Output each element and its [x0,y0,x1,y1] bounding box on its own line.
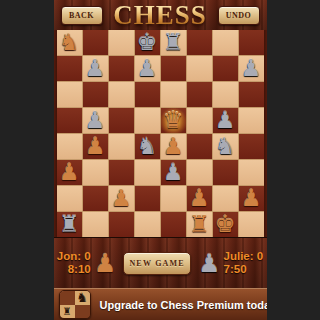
square-g7[interactable] [213,56,238,81]
square-f4[interactable] [187,134,212,159]
square-e4[interactable]: ♟ [161,134,186,159]
square-g8[interactable] [213,30,238,55]
square-g2[interactable] [213,186,238,211]
square-d8[interactable]: ♚ [135,30,160,55]
rook-icon: ♜ [60,305,75,318]
white-pawn: ♟ [83,133,108,158]
square-e5[interactable]: ♛ [161,108,186,133]
right-player-info: Julie: 0 7:50 [224,250,264,276]
square-g1[interactable]: ♚ [213,212,238,237]
black-rook: ♜ [161,29,186,54]
icon-square [60,291,75,305]
square-f2[interactable]: ♟ [187,186,212,211]
left-player-name-score: Jon: 0 [57,250,91,263]
header-bar: BACK CHESS UNDO [54,0,267,30]
square-b3[interactable] [83,160,108,185]
square-e8[interactable]: ♜ [161,30,186,55]
square-d1[interactable] [135,212,160,237]
white-pawn-icon: ♟ [94,251,116,276]
square-b7[interactable]: ♟ [83,56,108,81]
square-h4[interactable] [239,134,264,159]
square-h6[interactable] [239,82,264,107]
square-d2[interactable] [135,186,160,211]
status-bar: Jon: 0 8:10 ♟ NEW GAME ♟ Julie: 0 7:50 [54,237,267,288]
white-knight: ♞ [57,29,82,54]
back-button[interactable]: BACK [61,6,103,25]
square-f8[interactable] [187,30,212,55]
square-g3[interactable] [213,160,238,185]
undo-button[interactable]: UNDO [218,6,260,25]
icon-knight-square: ♞ [75,291,90,305]
square-d3[interactable] [135,160,160,185]
chess-board: ♞♚♜♟♟♟♟♛♟♟♞♟♞♟♟♟♟♟♜♜♚ [57,30,264,237]
left-player-info: Jon: 0 8:10 [57,250,91,276]
board-frame: ♞♚♜♟♟♟♟♛♟♟♞♟♞♟♟♟♟♟♜♜♚ [54,30,267,237]
square-e3[interactable]: ♟ [161,160,186,185]
right-player-name-score: Julie: 0 [224,250,264,263]
square-b1[interactable] [83,212,108,237]
square-b4[interactable]: ♟ [83,134,108,159]
square-e6[interactable] [161,82,186,107]
chess-app-screen: BACK CHESS UNDO ♞♚♜♟♟♟♟♛♟♟♞♟♞♟♟♟♟♟♜♜♚ Jo… [54,0,267,320]
square-h8[interactable] [239,30,264,55]
square-c8[interactable] [109,30,134,55]
icon-rook-square: ♜ [60,305,75,319]
black-knight: ♞ [213,133,238,158]
left-player-clock: 8:10 [57,263,91,276]
square-h2[interactable]: ♟ [239,186,264,211]
square-g6[interactable] [213,82,238,107]
square-e2[interactable] [161,186,186,211]
white-pawn: ♟ [161,133,186,158]
white-pawn: ♟ [187,185,212,210]
square-b2[interactable] [83,186,108,211]
black-pawn: ♟ [161,159,186,184]
square-d6[interactable] [135,82,160,107]
square-h7[interactable]: ♟ [239,56,264,81]
white-pawn: ♟ [239,185,264,210]
square-f5[interactable] [187,108,212,133]
square-g4[interactable]: ♞ [213,134,238,159]
white-rook: ♜ [187,211,212,236]
square-b5[interactable]: ♟ [83,108,108,133]
square-d5[interactable] [135,108,160,133]
square-c3[interactable] [109,160,134,185]
white-queen: ♛ [161,107,186,132]
black-king: ♚ [135,29,160,54]
new-game-button[interactable]: NEW GAME [123,252,191,275]
square-h3[interactable] [239,160,264,185]
knight-icon: ♞ [75,291,90,305]
right-player-clock: 7:50 [224,263,264,276]
square-b6[interactable] [83,82,108,107]
square-a8[interactable]: ♞ [57,30,82,55]
square-c1[interactable] [109,212,134,237]
square-b8[interactable] [83,30,108,55]
black-pawn-icon: ♟ [198,251,220,276]
square-c2[interactable]: ♟ [109,186,134,211]
square-e7[interactable] [161,56,186,81]
square-f3[interactable] [187,160,212,185]
square-a5[interactable] [57,108,82,133]
square-c7[interactable] [109,56,134,81]
square-c4[interactable] [109,134,134,159]
square-d7[interactable]: ♟ [135,56,160,81]
square-h5[interactable] [239,108,264,133]
banner-text: Upgrade to Chess Premium today! [100,299,267,311]
black-pawn: ♟ [83,55,108,80]
square-a1[interactable]: ♜ [57,212,82,237]
chess-app-icon: ♞ ♜ [59,290,91,319]
upgrade-banner[interactable]: ♞ ♜ Upgrade to Chess Premium today! [54,288,267,320]
black-knight: ♞ [135,133,160,158]
square-f7[interactable] [187,56,212,81]
black-rook: ♜ [57,211,82,236]
square-a3[interactable]: ♟ [57,160,82,185]
square-f1[interactable]: ♜ [187,212,212,237]
black-pawn: ♟ [83,107,108,132]
square-c6[interactable] [109,82,134,107]
square-c5[interactable] [109,108,134,133]
square-f6[interactable] [187,82,212,107]
black-pawn: ♟ [135,55,160,80]
square-e1[interactable] [161,212,186,237]
black-pawn: ♟ [239,55,264,80]
icon-square [75,305,90,319]
square-g5[interactable]: ♟ [213,108,238,133]
white-king: ♚ [213,211,238,236]
white-pawn: ♟ [57,159,82,184]
square-h1[interactable] [239,212,264,237]
square-a6[interactable] [57,82,82,107]
square-a2[interactable] [57,186,82,211]
black-pawn: ♟ [213,107,238,132]
square-d4[interactable]: ♞ [135,134,160,159]
square-a7[interactable] [57,56,82,81]
white-pawn: ♟ [109,185,134,210]
square-a4[interactable] [57,134,82,159]
